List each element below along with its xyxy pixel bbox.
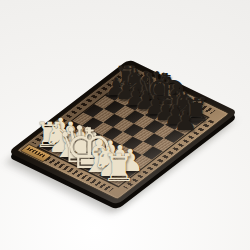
chess-set-product-photo: ♜♞♟♝♟♛♟♚♟♝♟♞♟♜♟♟♟♟♜♟♞♟♝♟♛♟♚♟♝♟♞♜ <box>0 0 250 250</box>
chessboard <box>8 59 238 205</box>
